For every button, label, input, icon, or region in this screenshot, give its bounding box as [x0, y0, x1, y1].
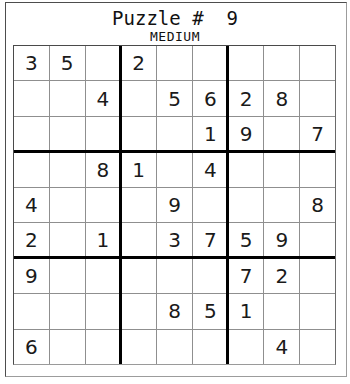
cell-r6c4[interactable]: [121, 223, 156, 257]
cell-r8c8[interactable]: [264, 294, 299, 328]
cell-r2c8[interactable]: 8: [264, 81, 299, 115]
cell-r1c3[interactable]: [86, 46, 121, 80]
cell-r7c8[interactable]: 2: [264, 259, 299, 293]
cell-r3c2[interactable]: [50, 117, 85, 151]
cell-r8c1[interactable]: [14, 294, 49, 328]
cell-r8c6[interactable]: 5: [193, 294, 228, 328]
cell-r9c9[interactable]: [300, 330, 335, 364]
cell-r1c6[interactable]: [193, 46, 228, 80]
difficulty-label: MEDIUM: [0, 30, 350, 44]
cell-r1c1[interactable]: 3: [14, 46, 49, 80]
cell-r4c6[interactable]: 4: [193, 152, 228, 186]
cell-r7c4[interactable]: [121, 259, 156, 293]
cell-r7c6[interactable]: [193, 259, 228, 293]
cell-r7c2[interactable]: [50, 259, 85, 293]
cell-r2c3[interactable]: 4: [86, 81, 121, 115]
cell-r8c2[interactable]: [50, 294, 85, 328]
cell-r8c4[interactable]: [121, 294, 156, 328]
cell-r2c1[interactable]: [14, 81, 49, 115]
cell-r8c9[interactable]: [300, 294, 335, 328]
cell-r9c7[interactable]: [229, 330, 264, 364]
cell-r3c6[interactable]: 1: [193, 117, 228, 151]
cell-r9c5[interactable]: [157, 330, 192, 364]
cell-r1c5[interactable]: [157, 46, 192, 80]
cell-r1c8[interactable]: [264, 46, 299, 80]
cell-r5c8[interactable]: [264, 188, 299, 222]
cell-r9c4[interactable]: [121, 330, 156, 364]
cell-r4c5[interactable]: [157, 152, 192, 186]
sudoku-board: 3524562819781449821375997285164: [13, 45, 336, 365]
cell-r5c7[interactable]: [229, 188, 264, 222]
cell-r2c9[interactable]: [300, 81, 335, 115]
cell-r7c1[interactable]: 9: [14, 259, 49, 293]
cell-r5c9[interactable]: 8: [300, 188, 335, 222]
cell-r4c1[interactable]: [14, 152, 49, 186]
cell-r9c1[interactable]: 6: [14, 330, 49, 364]
cell-r8c7[interactable]: 1: [229, 294, 264, 328]
cell-r1c4[interactable]: 2: [121, 46, 156, 80]
cell-r9c6[interactable]: [193, 330, 228, 364]
cell-r6c1[interactable]: 2: [14, 223, 49, 257]
cell-r4c7[interactable]: [229, 152, 264, 186]
cell-r6c5[interactable]: 3: [157, 223, 192, 257]
cell-r2c7[interactable]: 2: [229, 81, 264, 115]
cell-r5c5[interactable]: 9: [157, 188, 192, 222]
cell-r4c3[interactable]: 8: [86, 152, 121, 186]
cell-r7c3[interactable]: [86, 259, 121, 293]
cell-r3c3[interactable]: [86, 117, 121, 151]
cell-r5c2[interactable]: [50, 188, 85, 222]
cell-r2c5[interactable]: 5: [157, 81, 192, 115]
puzzle-page: Puzzle # 9 MEDIUM 3524562819781449821375…: [0, 0, 350, 384]
cell-r3c5[interactable]: [157, 117, 192, 151]
cell-r9c3[interactable]: [86, 330, 121, 364]
cell-r6c9[interactable]: [300, 223, 335, 257]
cell-r5c1[interactable]: 4: [14, 188, 49, 222]
cell-r3c8[interactable]: [264, 117, 299, 151]
cell-r6c6[interactable]: 7: [193, 223, 228, 257]
cell-r3c7[interactable]: 9: [229, 117, 264, 151]
puzzle-title: Puzzle # 9: [0, 7, 350, 29]
cell-r3c9[interactable]: 7: [300, 117, 335, 151]
cell-r2c6[interactable]: 6: [193, 81, 228, 115]
cell-r3c4[interactable]: [121, 117, 156, 151]
cell-r9c2[interactable]: [50, 330, 85, 364]
cell-r8c5[interactable]: 8: [157, 294, 192, 328]
cell-r1c7[interactable]: [229, 46, 264, 80]
cell-r6c2[interactable]: [50, 223, 85, 257]
cell-r4c9[interactable]: [300, 152, 335, 186]
cell-r6c8[interactable]: 9: [264, 223, 299, 257]
cell-r5c4[interactable]: [121, 188, 156, 222]
cell-r1c2[interactable]: 5: [50, 46, 85, 80]
cell-r7c5[interactable]: [157, 259, 192, 293]
cell-r5c6[interactable]: [193, 188, 228, 222]
cell-r5c3[interactable]: [86, 188, 121, 222]
cell-r2c2[interactable]: [50, 81, 85, 115]
cell-r6c7[interactable]: 5: [229, 223, 264, 257]
cell-r4c4[interactable]: 1: [121, 152, 156, 186]
cell-r4c2[interactable]: [50, 152, 85, 186]
cell-r4c8[interactable]: [264, 152, 299, 186]
cell-r8c3[interactable]: [86, 294, 121, 328]
cell-r2c4[interactable]: [121, 81, 156, 115]
cell-r3c1[interactable]: [14, 117, 49, 151]
cell-r7c9[interactable]: [300, 259, 335, 293]
cell-r6c3[interactable]: 1: [86, 223, 121, 257]
cell-r7c7[interactable]: 7: [229, 259, 264, 293]
cell-r1c9[interactable]: [300, 46, 335, 80]
cell-r9c8[interactable]: 4: [264, 330, 299, 364]
